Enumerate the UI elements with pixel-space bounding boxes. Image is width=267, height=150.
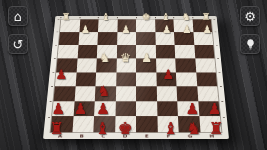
- red-bishop-c1[interactable]: ♝: [95, 121, 110, 137]
- red-knight-g1[interactable]: ♞: [186, 121, 201, 137]
- white-knight-c5[interactable]: ♞: [99, 52, 110, 64]
- square-e2[interactable]: [136, 101, 157, 116]
- white-pawn-f7[interactable]: ♟: [162, 24, 171, 34]
- white-pawn-h7[interactable]: ♟: [203, 24, 212, 34]
- red-king-d1[interactable]: ♚: [118, 121, 133, 137]
- square-h6[interactable]: [194, 45, 215, 58]
- white-pawn-g7[interactable]: ♟: [182, 24, 191, 34]
- home-icon: ⌂: [14, 10, 22, 23]
- white-rook-h8[interactable]: ♜: [202, 11, 211, 21]
- white-queen-d5[interactable]: ♛: [120, 52, 131, 64]
- white-pawn-b7[interactable]: ♟: [81, 24, 90, 34]
- hint-button[interactable]: [240, 34, 260, 54]
- red-pawn-a4[interactable]: ♟: [56, 67, 68, 80]
- white-knight-g8[interactable]: ♞: [182, 11, 191, 21]
- square-d3[interactable]: [115, 86, 136, 101]
- white-bishop-f8[interactable]: ♝: [162, 11, 171, 21]
- file-label-e: E: [136, 133, 158, 138]
- lightbulb-icon: [244, 38, 257, 51]
- undo-button[interactable]: ↺: [8, 34, 28, 54]
- red-rook-h1[interactable]: ♜: [209, 121, 224, 137]
- settings-button[interactable]: ⚙: [240, 6, 260, 26]
- white-pawn-e5[interactable]: ♟: [141, 52, 152, 64]
- square-h3[interactable]: [197, 86, 219, 101]
- square-b4[interactable]: [75, 72, 96, 86]
- square-a6[interactable]: [58, 45, 79, 58]
- square-d4[interactable]: [116, 72, 136, 86]
- gear-icon: ⚙: [244, 10, 256, 23]
- square-f3[interactable]: [156, 86, 177, 101]
- chess-app-screen: ⌂ ↺ ⚙ ABCDEFGH ♜♝♚♝♞♜♟♟♟♟♟♞♛♟♟♟♞♟♟♟♟♟♜♝♚…: [0, 0, 267, 150]
- square-g5[interactable]: [175, 58, 196, 72]
- red-pawn-a2[interactable]: ♟: [52, 102, 66, 117]
- white-rook-a8[interactable]: ♜: [62, 11, 71, 21]
- white-bishop-c8[interactable]: ♝: [102, 11, 111, 21]
- square-f2[interactable]: [157, 101, 178, 116]
- red-pawn-c2[interactable]: ♟: [96, 102, 110, 117]
- square-h5[interactable]: [195, 58, 216, 72]
- square-d2[interactable]: [115, 101, 136, 116]
- square-b5[interactable]: [76, 58, 97, 72]
- square-f6[interactable]: [155, 45, 175, 58]
- square-e7[interactable]: [136, 32, 155, 45]
- red-pawn-f4[interactable]: ♟: [163, 67, 175, 80]
- square-e1[interactable]: [136, 116, 157, 132]
- square-e4[interactable]: [136, 72, 156, 86]
- square-b1[interactable]: [72, 116, 94, 132]
- home-button[interactable]: ⌂: [8, 6, 28, 26]
- file-label-b: B: [71, 133, 93, 138]
- red-pawn-g2[interactable]: ♟: [185, 102, 199, 117]
- square-b3[interactable]: [74, 86, 95, 101]
- red-bishop-f1[interactable]: ♝: [163, 121, 178, 137]
- undo-arrow-icon: ↺: [13, 38, 24, 51]
- square-a3[interactable]: [54, 86, 76, 101]
- square-c7[interactable]: [97, 32, 117, 45]
- red-pawn-h2[interactable]: ♟: [208, 102, 222, 117]
- square-h4[interactable]: [196, 72, 217, 86]
- red-knight-c3[interactable]: ♞: [97, 84, 110, 98]
- white-pawn-d7[interactable]: ♟: [121, 24, 130, 34]
- square-b6[interactable]: [77, 45, 97, 58]
- red-pawn-b2[interactable]: ♟: [74, 102, 88, 117]
- square-e3[interactable]: [136, 86, 157, 101]
- square-g3[interactable]: [177, 86, 198, 101]
- square-a7[interactable]: [59, 32, 79, 45]
- square-g4[interactable]: [176, 72, 197, 86]
- red-rook-a1[interactable]: ♜: [49, 121, 64, 137]
- square-g6[interactable]: [175, 45, 195, 58]
- white-king-e8[interactable]: ♚: [142, 11, 151, 21]
